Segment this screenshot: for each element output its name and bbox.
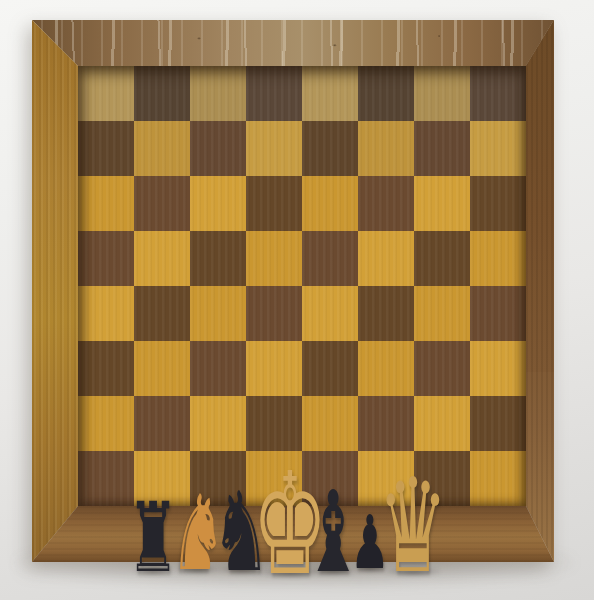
photo-scene: ♜♞♞♚♝♟♛ [0,0,594,600]
piece-white-queen: ♛ [378,482,448,572]
pieces-layer: ♜♞♞♚♝♟♛ [0,0,594,600]
